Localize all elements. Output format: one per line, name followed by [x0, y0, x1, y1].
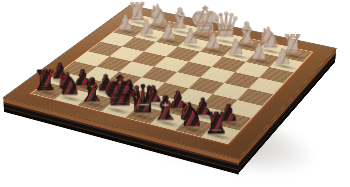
- white-pawn-glyph: ♟: [178, 27, 203, 47]
- black-rook-glyph: ♜: [202, 108, 231, 137]
- chess-set-product-photo: ♜♞♝♚♛♝♞♜♟♟♟♟♟♟♟♟♟♟♟♟♟♟♟♟♜♞♝♚♛♝♞♜: [0, 0, 350, 187]
- black-knight-glyph: ♞: [176, 98, 205, 130]
- white-pawn-glyph: ♟: [223, 36, 248, 56]
- white-pawn-glyph: ♟: [246, 41, 272, 62]
- black-bishop-glyph: ♝: [151, 91, 179, 124]
- white-pawn-glyph: ♟: [270, 46, 296, 67]
- chessboard: ♜♞♝♚♛♝♞♜♟♟♟♟♟♟♟♟♟♟♟♟♟♟♟♟♜♞♝♚♛♝♞♜: [4, 5, 336, 158]
- white-pawn-glyph: ♟: [200, 31, 225, 51]
- chessboard-3d-scene: ♜♞♝♚♛♝♞♜♟♟♟♟♟♟♟♟♟♟♟♟♟♟♟♟♜♞♝♚♛♝♞♜: [0, 0, 350, 187]
